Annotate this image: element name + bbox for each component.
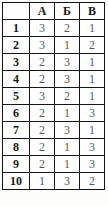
table-cell-r2-c1: 3 [30, 37, 55, 54]
table-cell-r2-c2: 1 [55, 37, 80, 54]
table-cell-r4-c1: 2 [30, 71, 55, 88]
table-cell-r5-c1: 3 [30, 88, 55, 105]
row-label-5: 5 [3, 88, 30, 105]
row-label-1: 1 [3, 20, 30, 37]
column-header-2: Б [55, 3, 80, 20]
table-cell-r4-c2: 3 [55, 71, 80, 88]
row-label-2: 2 [3, 37, 30, 54]
table-cell-r1-c2: 2 [55, 20, 80, 37]
table-cell-r1-c3: 1 [80, 20, 105, 37]
table-cell-r10-c3: 2 [80, 173, 105, 190]
answer-table: АБВ1321231232314231532162137231821392131… [2, 2, 105, 190]
row-label-8: 8 [3, 139, 30, 156]
table-cell-r4-c3: 1 [80, 71, 105, 88]
table-cell-r9-c3: 3 [80, 156, 105, 173]
table-cell-r9-c2: 1 [55, 156, 80, 173]
table-cell-r5-c2: 2 [55, 88, 80, 105]
row-label-4: 4 [3, 71, 30, 88]
table-cell-r3-c3: 1 [80, 54, 105, 71]
column-header-3: В [80, 3, 105, 20]
row-label-10: 10 [3, 173, 30, 190]
table-cell-r2-c3: 2 [80, 37, 105, 54]
page: АБВ1321231232314231532162137231821392131… [0, 0, 108, 206]
table-cell-r9-c1: 2 [30, 156, 55, 173]
table-cell-r7-c1: 2 [30, 122, 55, 139]
table-cell-r6-c1: 2 [30, 105, 55, 122]
table-cell-r3-c1: 2 [30, 54, 55, 71]
table-cell-r7-c2: 3 [55, 122, 80, 139]
corner-cell [3, 3, 30, 20]
table-cell-r8-c3: 3 [80, 139, 105, 156]
table-cell-r1-c1: 3 [30, 20, 55, 37]
column-header-1: А [30, 3, 55, 20]
table-cell-r7-c3: 1 [80, 122, 105, 139]
table-cell-r10-c2: 3 [55, 173, 80, 190]
table-cell-r6-c2: 1 [55, 105, 80, 122]
table-cell-r8-c2: 1 [55, 139, 80, 156]
row-label-3: 3 [3, 54, 30, 71]
table-cell-r10-c1: 1 [30, 173, 55, 190]
table-cell-r6-c3: 3 [80, 105, 105, 122]
table-cell-r3-c2: 3 [55, 54, 80, 71]
table-cell-r5-c3: 1 [80, 88, 105, 105]
row-label-6: 6 [3, 105, 30, 122]
table-cell-r8-c1: 2 [30, 139, 55, 156]
row-label-7: 7 [3, 122, 30, 139]
row-label-9: 9 [3, 156, 30, 173]
